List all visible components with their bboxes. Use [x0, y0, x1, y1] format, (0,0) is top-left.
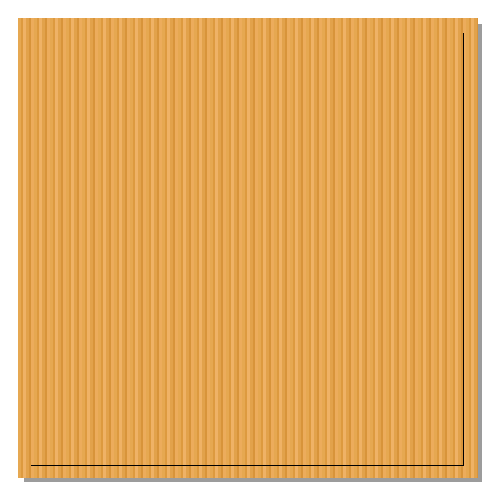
right-coordinate-labels [481, 0, 500, 500]
bottom-coordinate-labels [0, 483, 500, 500]
top-coordinate-labels [0, 0, 500, 17]
go-board [18, 18, 478, 478]
go-board-diagram [0, 0, 500, 500]
board-grid [31, 33, 464, 466]
left-coordinate-labels [0, 0, 18, 500]
